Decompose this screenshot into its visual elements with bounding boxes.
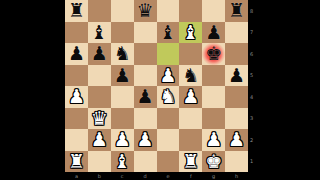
file-labels: abcdefgh xyxy=(65,172,248,180)
square-f2[interactable] xyxy=(179,129,202,151)
rank-label-2: 2 xyxy=(248,129,255,151)
piece-black-rook: ♜ xyxy=(68,0,85,21)
rank-label-1: 1 xyxy=(248,151,255,173)
square-h7[interactable] xyxy=(225,22,248,44)
rank-label-5: 5 xyxy=(248,65,255,87)
square-e8[interactable] xyxy=(157,0,180,22)
square-f1[interactable]: ♜ xyxy=(179,151,202,173)
piece-white-bishop: ♝ xyxy=(114,151,131,172)
piece-white-rook: ♜ xyxy=(68,151,85,172)
square-b5[interactable] xyxy=(88,65,111,87)
square-h6[interactable] xyxy=(225,43,248,65)
piece-white-bishop: ♝ xyxy=(182,22,199,43)
square-d3[interactable] xyxy=(134,108,157,130)
piece-white-pawn: ♟ xyxy=(159,65,176,86)
piece-black-pawn: ♟ xyxy=(205,22,222,43)
square-e1[interactable] xyxy=(157,151,180,173)
square-f8[interactable] xyxy=(179,0,202,22)
file-label-a: a xyxy=(65,172,88,180)
piece-white-queen: ♛ xyxy=(91,108,108,129)
square-g5[interactable] xyxy=(202,65,225,87)
square-f3[interactable] xyxy=(179,108,202,130)
square-g8[interactable] xyxy=(202,0,225,22)
file-label-e: e xyxy=(157,172,180,180)
square-f4[interactable]: ♟ xyxy=(179,86,202,108)
piece-black-bishop: ♝ xyxy=(159,22,176,43)
piece-white-pawn: ♟ xyxy=(114,129,131,150)
square-c1[interactable]: ♝ xyxy=(111,151,134,173)
square-c8[interactable] xyxy=(111,0,134,22)
square-h1[interactable] xyxy=(225,151,248,173)
square-e7[interactable]: ♝ xyxy=(157,22,180,44)
square-c6[interactable]: ♞ xyxy=(111,43,134,65)
square-h8[interactable]: ♜ xyxy=(225,0,248,22)
file-label-d: d xyxy=(134,172,157,180)
square-e2[interactable] xyxy=(157,129,180,151)
square-e4[interactable]: ♞ xyxy=(157,86,180,108)
piece-black-pawn: ♟ xyxy=(91,43,108,64)
square-b8[interactable] xyxy=(88,0,111,22)
square-d4[interactable]: ♟ xyxy=(134,86,157,108)
file-label-c: c xyxy=(111,172,134,180)
square-d5[interactable] xyxy=(134,65,157,87)
square-c2[interactable]: ♟ xyxy=(111,129,134,151)
square-a4[interactable]: ♟ xyxy=(65,86,88,108)
square-e3[interactable] xyxy=(157,108,180,130)
square-b7[interactable]: ♝ xyxy=(88,22,111,44)
square-c5[interactable]: ♟ xyxy=(111,65,134,87)
square-h5[interactable]: ♟ xyxy=(225,65,248,87)
square-a7[interactable] xyxy=(65,22,88,44)
square-g3[interactable] xyxy=(202,108,225,130)
rank-label-6: 6 xyxy=(248,43,255,65)
rank-labels: 87654321 xyxy=(248,0,255,172)
square-f7[interactable]: ♝ xyxy=(179,22,202,44)
piece-black-bishop: ♝ xyxy=(91,22,108,43)
piece-black-king: ♚ xyxy=(205,43,222,64)
square-h3[interactable] xyxy=(225,108,248,130)
piece-white-king: ♚ xyxy=(205,151,222,172)
square-d2[interactable]: ♟ xyxy=(134,129,157,151)
square-e6[interactable] xyxy=(157,43,180,65)
piece-white-pawn: ♟ xyxy=(182,86,199,107)
square-a3[interactable] xyxy=(65,108,88,130)
chess-board: ♜♛♜♝♝♝♟♟♟♞♚♟♟♞♟♟♟♞♟♛♟♟♟♟♟♜♝♜♚ xyxy=(65,0,248,172)
file-label-f: f xyxy=(179,172,202,180)
square-a5[interactable] xyxy=(65,65,88,87)
square-g4[interactable] xyxy=(202,86,225,108)
square-a2[interactable] xyxy=(65,129,88,151)
video-frame: ♜♛♜♝♝♝♟♟♟♞♚♟♟♞♟♟♟♞♟♛♟♟♟♟♟♜♝♜♚ abcdefgh 8… xyxy=(0,0,320,180)
piece-white-pawn: ♟ xyxy=(205,129,222,150)
square-b6[interactable]: ♟ xyxy=(88,43,111,65)
square-c7[interactable] xyxy=(111,22,134,44)
rank-label-3: 3 xyxy=(248,108,255,130)
piece-black-pawn: ♟ xyxy=(68,43,85,64)
square-e5[interactable]: ♟ xyxy=(157,65,180,87)
square-a8[interactable]: ♜ xyxy=(65,0,88,22)
square-c4[interactable] xyxy=(111,86,134,108)
square-d6[interactable] xyxy=(134,43,157,65)
piece-black-rook: ♜ xyxy=(228,0,245,21)
square-d8[interactable]: ♛ xyxy=(134,0,157,22)
square-h4[interactable] xyxy=(225,86,248,108)
piece-white-knight: ♞ xyxy=(159,86,176,107)
rank-label-4: 4 xyxy=(248,86,255,108)
square-g6[interactable]: ♚ xyxy=(202,43,225,65)
square-h2[interactable]: ♟ xyxy=(225,129,248,151)
piece-white-pawn: ♟ xyxy=(137,129,154,150)
square-g1[interactable]: ♚ xyxy=(202,151,225,173)
piece-black-knight: ♞ xyxy=(114,43,131,64)
piece-black-knight: ♞ xyxy=(182,65,199,86)
file-label-g: g xyxy=(202,172,225,180)
square-b1[interactable] xyxy=(88,151,111,173)
file-label-b: b xyxy=(88,172,111,180)
file-label-h: h xyxy=(225,172,248,180)
square-a1[interactable]: ♜ xyxy=(65,151,88,173)
piece-black-pawn: ♟ xyxy=(114,65,131,86)
square-b3[interactable]: ♛ xyxy=(88,108,111,130)
rank-label-7: 7 xyxy=(248,22,255,44)
square-f6[interactable] xyxy=(179,43,202,65)
piece-white-pawn: ♟ xyxy=(91,129,108,150)
square-b4[interactable] xyxy=(88,86,111,108)
square-g7[interactable]: ♟ xyxy=(202,22,225,44)
piece-white-rook: ♜ xyxy=(182,151,199,172)
square-b2[interactable]: ♟ xyxy=(88,129,111,151)
square-g2[interactable]: ♟ xyxy=(202,129,225,151)
square-c3[interactable] xyxy=(111,108,134,130)
piece-black-queen: ♛ xyxy=(137,0,154,21)
piece-white-pawn: ♟ xyxy=(228,129,245,150)
rank-label-8: 8 xyxy=(248,0,255,22)
square-f5[interactable]: ♞ xyxy=(179,65,202,87)
piece-white-pawn: ♟ xyxy=(68,86,85,107)
square-d1[interactable] xyxy=(134,151,157,173)
piece-black-pawn: ♟ xyxy=(228,65,245,86)
piece-black-pawn: ♟ xyxy=(137,86,154,107)
square-d7[interactable] xyxy=(134,22,157,44)
square-a6[interactable]: ♟ xyxy=(65,43,88,65)
